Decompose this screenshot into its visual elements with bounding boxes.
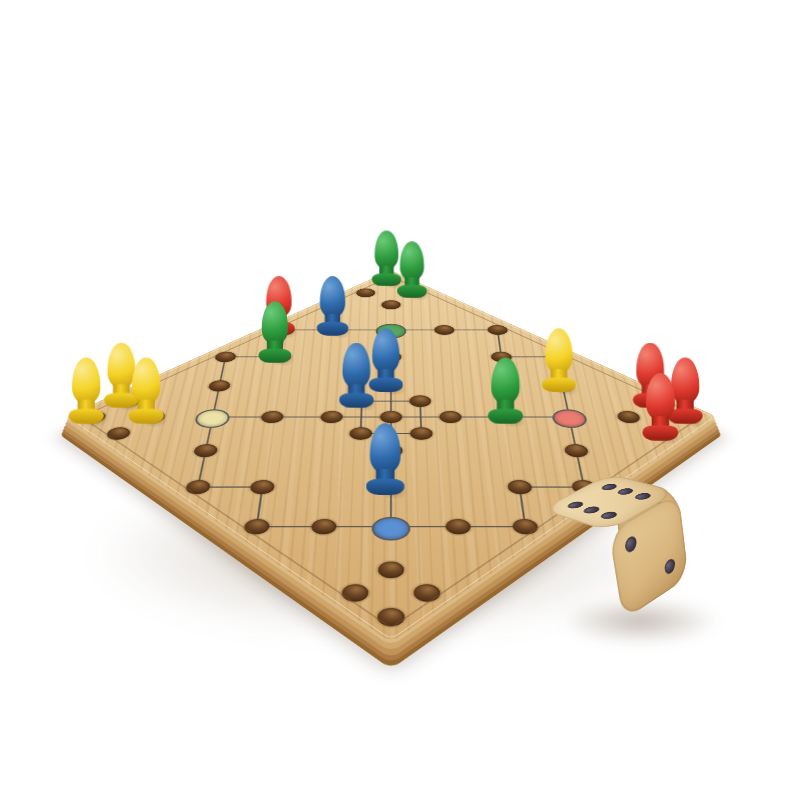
peg-base — [69, 409, 104, 424]
peg-yellow[interactable] — [541, 328, 576, 392]
scene — [0, 0, 800, 800]
peg-base — [488, 409, 523, 424]
peg-base — [542, 378, 576, 393]
peg-hole — [352, 287, 379, 299]
wooden-die[interactable] — [561, 489, 671, 599]
peg-base — [339, 393, 374, 408]
peg-hole — [336, 581, 374, 606]
peg-hole — [372, 604, 410, 630]
peg-base — [128, 409, 163, 424]
die-pip — [598, 510, 620, 520]
peg-head — [491, 357, 519, 403]
peg-hole — [378, 298, 405, 311]
peg-green[interactable] — [258, 301, 292, 363]
peg-hole — [408, 581, 446, 606]
peg-head — [545, 328, 572, 373]
peg-head — [343, 343, 371, 389]
peg-blue[interactable] — [366, 423, 405, 495]
die-pip — [632, 492, 654, 501]
peg-head — [72, 357, 100, 403]
peg-head — [375, 230, 399, 269]
peg-hole — [181, 477, 215, 497]
peg-head — [646, 373, 675, 420]
peg-green[interactable] — [487, 357, 523, 424]
peg-blue[interactable] — [316, 276, 349, 336]
peg-yellow[interactable] — [68, 357, 104, 424]
peg-head — [262, 301, 288, 344]
peg-hole — [430, 323, 458, 337]
peg-base — [317, 322, 349, 336]
peg-green[interactable] — [397, 241, 428, 298]
peg-red[interactable] — [642, 373, 679, 441]
peg-blue[interactable] — [339, 343, 375, 408]
peg-base — [397, 285, 427, 298]
die-pip — [624, 534, 637, 555]
peg-head — [372, 328, 399, 373]
peg-base — [642, 425, 678, 440]
peg-base — [366, 479, 404, 495]
peg-base — [259, 349, 292, 363]
die-cube — [573, 482, 654, 606]
peg-yellow[interactable] — [128, 357, 164, 424]
peg-head — [370, 423, 401, 473]
peg-head — [400, 241, 424, 281]
peg-head — [132, 357, 160, 403]
peg-head — [320, 276, 345, 318]
die-pip — [664, 557, 676, 577]
